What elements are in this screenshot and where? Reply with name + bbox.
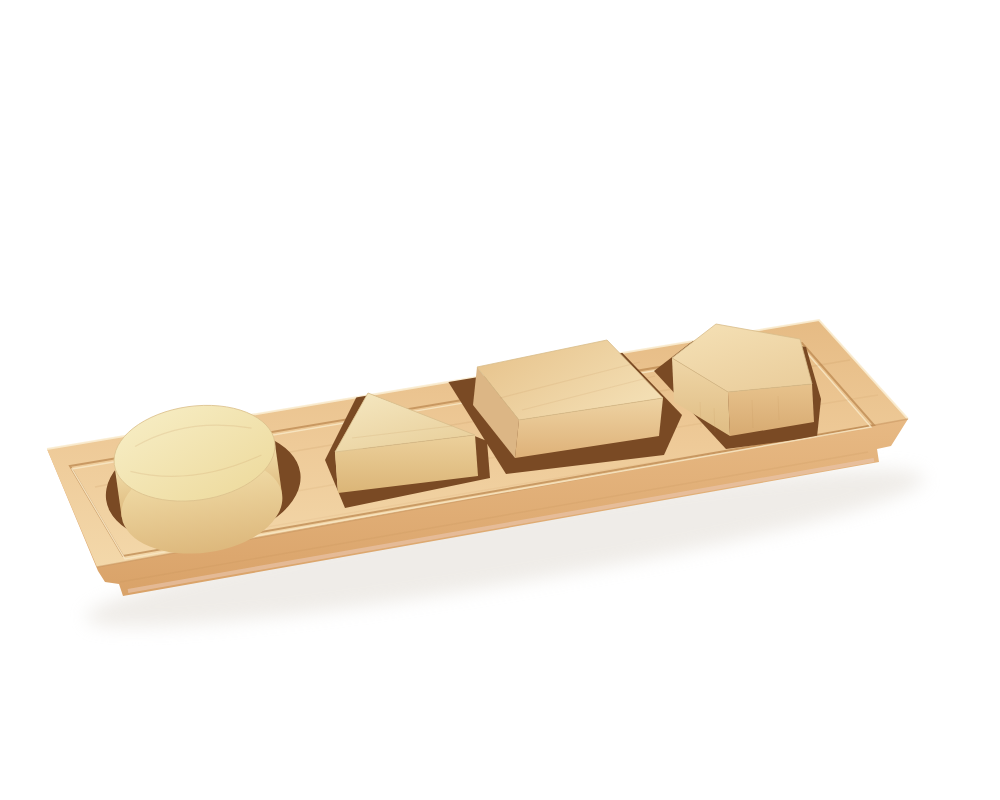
shape-sorter-scene [0,0,1000,800]
product-photo-stage [0,0,1000,800]
